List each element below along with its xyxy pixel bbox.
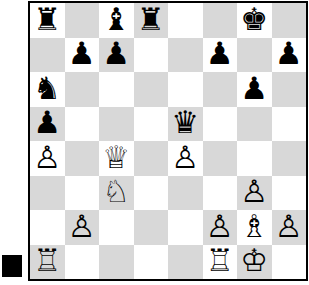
white-knight-c3[interactable]: ♘ [102,176,130,207]
square-e3[interactable] [168,176,203,211]
white-pawn-f2[interactable]: ♙ [206,211,234,242]
square-g4[interactable] [237,141,272,176]
black-pawn-h7[interactable]: ♟ [275,38,303,69]
square-c8[interactable]: ♝ [99,3,134,38]
black-king-g8[interactable]: ♚ [240,4,268,35]
square-e2[interactable] [168,210,203,245]
square-b8[interactable] [65,3,100,38]
square-b3[interactable] [65,176,100,211]
white-rook-f1[interactable]: ♖ [206,245,234,276]
square-f3[interactable] [203,176,238,211]
square-d6[interactable] [134,72,169,107]
square-a3[interactable] [30,176,65,211]
square-c6[interactable] [99,72,134,107]
square-h2[interactable]: ♙ [272,210,307,245]
white-king-g1[interactable]: ♔ [240,245,268,276]
square-e1[interactable] [168,245,203,280]
square-a1[interactable]: ♖ [30,245,65,280]
square-c2[interactable] [99,210,134,245]
black-knight-a6[interactable]: ♞ [33,73,61,104]
black-pawn-a5[interactable]: ♟ [33,107,61,138]
white-rook-a1[interactable]: ♖ [33,245,61,276]
black-bishop-c8[interactable]: ♝ [102,4,130,35]
white-bishop-g2[interactable]: ♗ [240,211,268,242]
square-c7[interactable]: ♟ [99,38,134,73]
square-d1[interactable] [134,245,169,280]
square-e5[interactable]: ♛ [168,107,203,142]
white-queen-c4[interactable]: ♕ [102,142,130,173]
square-d3[interactable] [134,176,169,211]
chess-diagram: ♜♝♜♚♟♟♟♟♞♟♟♛♙♕♙♘♙♙♙♗♙♖♖♔ [0,0,309,285]
square-b6[interactable] [65,72,100,107]
square-c3[interactable]: ♘ [99,176,134,211]
square-d8[interactable]: ♜ [134,3,169,38]
square-h6[interactable] [272,72,307,107]
square-g3[interactable]: ♙ [237,176,272,211]
square-c5[interactable] [99,107,134,142]
square-b5[interactable] [65,107,100,142]
square-e6[interactable] [168,72,203,107]
square-a4[interactable]: ♙ [30,141,65,176]
square-f8[interactable] [203,3,238,38]
chess-board: ♜♝♜♚♟♟♟♟♞♟♟♛♙♕♙♘♙♙♙♗♙♖♖♔ [28,1,308,281]
black-pawn-f7[interactable]: ♟ [206,38,234,69]
square-e7[interactable] [168,38,203,73]
white-pawn-g3[interactable]: ♙ [240,176,268,207]
square-d5[interactable] [134,107,169,142]
square-g5[interactable] [237,107,272,142]
square-d7[interactable] [134,38,169,73]
square-h4[interactable] [272,141,307,176]
white-pawn-h2[interactable]: ♙ [275,211,303,242]
black-pawn-c7[interactable]: ♟ [102,38,130,69]
square-h1[interactable] [272,245,307,280]
black-pawn-g6[interactable]: ♟ [240,73,268,104]
square-a5[interactable]: ♟ [30,107,65,142]
square-h7[interactable]: ♟ [272,38,307,73]
square-a8[interactable]: ♜ [30,3,65,38]
square-b1[interactable] [65,245,100,280]
square-g7[interactable] [237,38,272,73]
square-f4[interactable] [203,141,238,176]
square-h3[interactable] [272,176,307,211]
square-b7[interactable]: ♟ [65,38,100,73]
square-h8[interactable] [272,3,307,38]
square-f1[interactable]: ♖ [203,245,238,280]
square-f7[interactable]: ♟ [203,38,238,73]
black-rook-d8[interactable]: ♜ [137,4,165,35]
white-pawn-e4[interactable]: ♙ [171,142,199,173]
square-d4[interactable] [134,141,169,176]
square-b2[interactable]: ♙ [65,210,100,245]
black-pawn-b7[interactable]: ♟ [68,38,96,69]
square-a2[interactable] [30,210,65,245]
square-f2[interactable]: ♙ [203,210,238,245]
black-queen-e5[interactable]: ♛ [171,107,199,138]
square-f5[interactable] [203,107,238,142]
square-h5[interactable] [272,107,307,142]
square-e8[interactable] [168,3,203,38]
square-g2[interactable]: ♗ [237,210,272,245]
square-g1[interactable]: ♔ [237,245,272,280]
square-d2[interactable] [134,210,169,245]
black-rook-a8[interactable]: ♜ [33,4,61,35]
square-e4[interactable]: ♙ [168,141,203,176]
square-b4[interactable] [65,141,100,176]
square-c1[interactable] [99,245,134,280]
square-g8[interactable]: ♚ [237,3,272,38]
white-pawn-a4[interactable]: ♙ [33,142,61,173]
square-a6[interactable]: ♞ [30,72,65,107]
black-to-move-indicator [2,255,22,277]
white-pawn-b2[interactable]: ♙ [68,211,96,242]
square-a7[interactable] [30,38,65,73]
square-g6[interactable]: ♟ [237,72,272,107]
square-f6[interactable] [203,72,238,107]
square-c4[interactable]: ♕ [99,141,134,176]
